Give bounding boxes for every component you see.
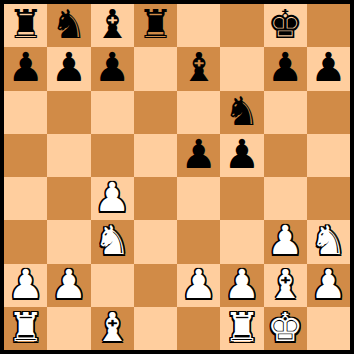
square-e6[interactable] (177, 91, 220, 134)
piece-white-pawn[interactable]: ♟ (267, 220, 303, 262)
square-e5[interactable]: ♟ (177, 134, 220, 177)
square-b1[interactable] (47, 307, 90, 350)
square-c8[interactable]: ♝ (91, 4, 134, 47)
square-b8[interactable]: ♞ (47, 4, 90, 47)
square-a6[interactable] (4, 91, 47, 134)
square-g2[interactable]: ♝ (264, 264, 307, 307)
piece-black-pawn[interactable]: ♟ (51, 47, 87, 89)
square-c3[interactable]: ♞ (91, 220, 134, 263)
square-g8[interactable]: ♚ (264, 4, 307, 47)
piece-white-pawn[interactable]: ♟ (310, 264, 346, 306)
square-h8[interactable] (307, 4, 350, 47)
square-d8[interactable]: ♜ (134, 4, 177, 47)
piece-black-bishop[interactable]: ♝ (181, 47, 217, 89)
piece-white-pawn[interactable]: ♟ (94, 177, 130, 219)
piece-black-rook[interactable]: ♜ (8, 4, 44, 46)
chess-board: ♜♞♝♜♚♟♟♟♝♟♟♞♟♟♟♞♟♞♟♟♟♟♝♟♜♝♜♚ (0, 0, 354, 354)
piece-black-bishop[interactable]: ♝ (94, 4, 130, 46)
square-e4[interactable] (177, 177, 220, 220)
square-c2[interactable] (91, 264, 134, 307)
square-f2[interactable]: ♟ (220, 264, 263, 307)
piece-white-bishop[interactable]: ♝ (267, 264, 303, 306)
square-h4[interactable] (307, 177, 350, 220)
square-d4[interactable] (134, 177, 177, 220)
piece-white-king[interactable]: ♚ (267, 307, 303, 349)
square-c1[interactable]: ♝ (91, 307, 134, 350)
piece-white-pawn[interactable]: ♟ (181, 264, 217, 306)
square-f8[interactable] (220, 4, 263, 47)
square-a3[interactable] (4, 220, 47, 263)
square-d7[interactable] (134, 47, 177, 90)
square-e2[interactable]: ♟ (177, 264, 220, 307)
square-h5[interactable] (307, 134, 350, 177)
piece-white-pawn[interactable]: ♟ (8, 264, 44, 306)
square-b5[interactable] (47, 134, 90, 177)
square-a7[interactable]: ♟ (4, 47, 47, 90)
square-e1[interactable] (177, 307, 220, 350)
square-g3[interactable]: ♟ (264, 220, 307, 263)
square-g6[interactable] (264, 91, 307, 134)
square-a1[interactable]: ♜ (4, 307, 47, 350)
piece-black-pawn[interactable]: ♟ (310, 47, 346, 89)
square-g1[interactable]: ♚ (264, 307, 307, 350)
square-d1[interactable] (134, 307, 177, 350)
piece-white-rook[interactable]: ♜ (8, 307, 44, 349)
square-b6[interactable] (47, 91, 90, 134)
square-a8[interactable]: ♜ (4, 4, 47, 47)
piece-black-rook[interactable]: ♜ (137, 4, 173, 46)
piece-black-pawn[interactable]: ♟ (224, 134, 260, 176)
square-e3[interactable] (177, 220, 220, 263)
piece-black-pawn[interactable]: ♟ (8, 47, 44, 89)
square-f4[interactable] (220, 177, 263, 220)
piece-black-knight[interactable]: ♞ (224, 91, 260, 133)
square-d2[interactable] (134, 264, 177, 307)
square-e8[interactable] (177, 4, 220, 47)
square-c4[interactable]: ♟ (91, 177, 134, 220)
square-d6[interactable] (134, 91, 177, 134)
square-b3[interactable] (47, 220, 90, 263)
piece-white-pawn[interactable]: ♟ (224, 264, 260, 306)
square-c5[interactable] (91, 134, 134, 177)
square-b2[interactable]: ♟ (47, 264, 90, 307)
square-c6[interactable] (91, 91, 134, 134)
piece-white-pawn[interactable]: ♟ (51, 264, 87, 306)
square-b7[interactable]: ♟ (47, 47, 90, 90)
piece-white-knight[interactable]: ♞ (310, 220, 346, 262)
piece-black-pawn[interactable]: ♟ (267, 47, 303, 89)
square-f3[interactable] (220, 220, 263, 263)
square-f1[interactable]: ♜ (220, 307, 263, 350)
square-h2[interactable]: ♟ (307, 264, 350, 307)
square-e7[interactable]: ♝ (177, 47, 220, 90)
square-d5[interactable] (134, 134, 177, 177)
square-f5[interactable]: ♟ (220, 134, 263, 177)
square-g7[interactable]: ♟ (264, 47, 307, 90)
square-f7[interactable] (220, 47, 263, 90)
square-h1[interactable] (307, 307, 350, 350)
piece-white-bishop[interactable]: ♝ (94, 307, 130, 349)
piece-black-king[interactable]: ♚ (267, 4, 303, 46)
square-h6[interactable] (307, 91, 350, 134)
piece-black-knight[interactable]: ♞ (51, 4, 87, 46)
square-a4[interactable] (4, 177, 47, 220)
piece-white-rook[interactable]: ♜ (224, 307, 260, 349)
square-f6[interactable]: ♞ (220, 91, 263, 134)
square-a2[interactable]: ♟ (4, 264, 47, 307)
piece-black-pawn[interactable]: ♟ (94, 47, 130, 89)
piece-white-knight[interactable]: ♞ (94, 220, 130, 262)
square-b4[interactable] (47, 177, 90, 220)
square-h7[interactable]: ♟ (307, 47, 350, 90)
square-d3[interactable] (134, 220, 177, 263)
piece-black-pawn[interactable]: ♟ (181, 134, 217, 176)
square-h3[interactable]: ♞ (307, 220, 350, 263)
square-c7[interactable]: ♟ (91, 47, 134, 90)
square-g4[interactable] (264, 177, 307, 220)
square-g5[interactable] (264, 134, 307, 177)
chess-board-window: ♜♞♝♜♚♟♟♟♝♟♟♞♟♟♟♞♟♞♟♟♟♟♝♟♜♝♜♚ (0, 0, 354, 354)
square-a5[interactable] (4, 134, 47, 177)
